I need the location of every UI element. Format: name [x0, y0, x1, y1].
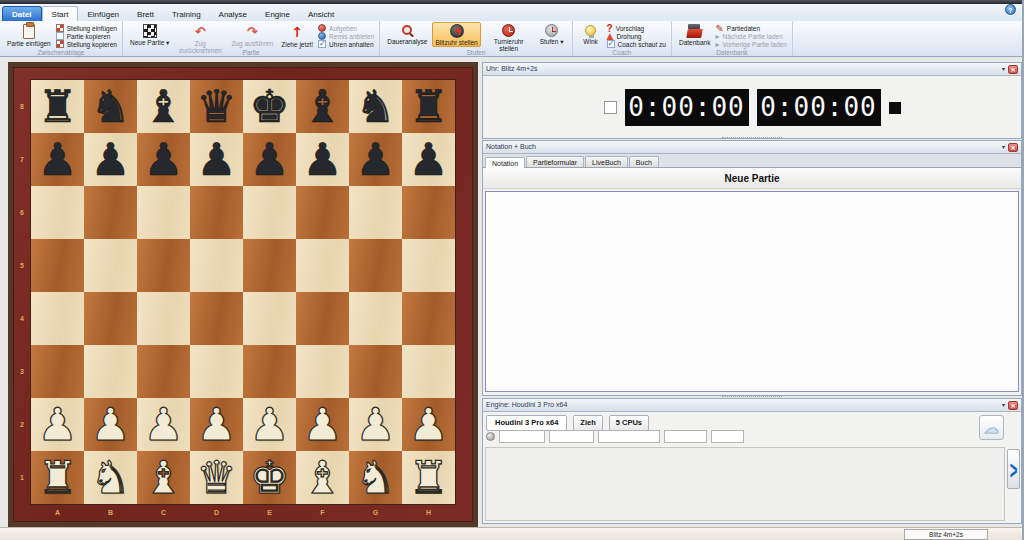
chess-program-window: Datei StartEinfügenBrettTrainingAnalyseE… — [0, 0, 1024, 540]
black-side-indicator — [889, 102, 901, 114]
black-pawn: ♟ — [196, 133, 236, 186]
clock-panel-titlebar: Uhr: Blitz 4m+2s ▾ ✕ — [483, 63, 1021, 76]
square-h3[interactable] — [402, 345, 455, 398]
tab-notation[interactable]: Notation — [485, 157, 525, 168]
game-header: Neue Partie — [483, 168, 1021, 189]
move-now-label: Ziehe jetzt! — [281, 41, 313, 48]
engine-field-4[interactable] — [664, 430, 707, 443]
ribbon-group-zwischenablage: Partie einfügenStellung einfügenPartie k… — [0, 21, 123, 56]
engine-led-icon — [486, 432, 495, 441]
square-h8[interactable]: ♜ — [402, 80, 455, 133]
board-grid: ♜♞♝♛♚♝♞♜♟♟♟♟♟♟♟♟♟♟♟♟♟♟♟♟♜♞♝♛♚♝♞♜ — [31, 80, 455, 504]
square-f4[interactable] — [296, 292, 349, 345]
black-knight: ♞ — [355, 80, 395, 133]
notation-panel-titlebar: Notation + Buch ▾ ✕ — [483, 141, 1021, 154]
white-king: ♚ — [249, 451, 289, 504]
tab-engine[interactable]: Engine — [256, 7, 299, 21]
square-c8[interactable]: ♝ — [137, 80, 190, 133]
tab-ansicht[interactable]: Ansicht — [299, 7, 343, 21]
square-d7[interactable]: ♟ — [190, 133, 243, 186]
file-label-b: B — [84, 504, 137, 522]
tab-partieformular[interactable]: Partieformular — [526, 156, 584, 167]
square-e8[interactable]: ♚ — [243, 80, 296, 133]
square-d2[interactable]: ♟ — [190, 398, 243, 451]
square-e7[interactable]: ♟ — [243, 133, 296, 186]
white-pawn: ♟ — [302, 398, 342, 451]
new-game-label: Neue Partie ▾ — [130, 39, 169, 46]
rank-label-6: 6 — [13, 186, 31, 239]
square-d3[interactable] — [190, 345, 243, 398]
bulb-icon — [585, 25, 596, 36]
white-bishop: ♝ — [143, 451, 183, 504]
file-label-d: D — [190, 504, 243, 522]
square-g1[interactable]: ♞ — [349, 451, 402, 504]
tab-training[interactable]: Training — [163, 7, 210, 21]
engine-toolbar: Houdini 3 Pro x64 Zieh 5 CPUs — [486, 415, 649, 431]
collapse-panel-icon[interactable]: ▾ — [1002, 143, 1005, 152]
square-a6[interactable] — [31, 186, 84, 239]
tab-datei[interactable]: Datei — [2, 6, 42, 21]
white-clock: 0:00:00 — [625, 89, 749, 126]
new-game-button[interactable]: Neue Partie ▾ — [127, 22, 172, 47]
rank-label-1: 1 — [13, 451, 31, 504]
resign-button[interactable]: Aufgeben — [318, 24, 374, 32]
ribbon-groups: Partie einfügenStellung einfügenPartie k… — [0, 21, 793, 56]
checkbox-empty-icon[interactable] — [56, 32, 64, 40]
square-e3[interactable] — [243, 345, 296, 398]
checkbox-checked-icon[interactable] — [607, 40, 615, 48]
undo-arrow-icon — [195, 24, 206, 39]
collapse-panel-icon[interactable]: ▾ — [1002, 65, 1005, 74]
takeback-move-button[interactable]: Zug zurücknehmen — [174, 22, 226, 47]
database-button[interactable]: Datenbank — [676, 22, 713, 47]
white-pawn: ♟ — [90, 398, 130, 451]
black-bishop: ♝ — [302, 80, 342, 133]
square-a3[interactable] — [31, 345, 84, 398]
notation-area[interactable] — [485, 191, 1019, 392]
square-b2[interactable]: ♟ — [84, 398, 137, 451]
tab-livebuch[interactable]: LiveBuch — [585, 156, 628, 167]
square-b6[interactable] — [84, 186, 137, 239]
black-pawn: ♟ — [355, 133, 395, 186]
square-b1[interactable]: ♞ — [84, 451, 137, 504]
square-d5[interactable] — [190, 239, 243, 292]
square-a8[interactable]: ♜ — [31, 80, 84, 133]
paste-position-label: Stellung einfügen — [67, 25, 117, 32]
square-e6[interactable] — [243, 186, 296, 239]
square-a7[interactable]: ♟ — [31, 133, 84, 186]
square-d4[interactable] — [190, 292, 243, 345]
collapse-panel-icon[interactable]: ▾ — [1002, 401, 1005, 410]
square-f7[interactable]: ♟ — [296, 133, 349, 186]
status-bar: Blitz 4m+2s — [0, 527, 1022, 540]
rank-label-3: 3 — [13, 345, 31, 398]
rank-label-4: 4 — [13, 292, 31, 345]
offer-draw-label: Remis anbieten — [329, 33, 374, 40]
square-h1[interactable]: ♜ — [402, 451, 455, 504]
square-c3[interactable] — [137, 345, 190, 398]
mini-board-icon — [56, 24, 64, 32]
pause-clocks-label: Uhren anhalten — [329, 41, 373, 48]
black-bishop: ♝ — [143, 80, 183, 133]
engine-field-2[interactable] — [549, 430, 594, 443]
new-game-board-icon — [143, 24, 157, 38]
square-f3[interactable] — [296, 345, 349, 398]
set-tournament-clock-button[interactable]: Turnieruhr stellen — [483, 22, 535, 47]
game-data-button[interactable]: Partiedaten — [715, 24, 786, 32]
cloud-engine-button[interactable]: ☁ — [979, 415, 1004, 440]
infinite-analysis-button[interactable]: Daueranalyse — [384, 22, 430, 47]
white-to-move-indicator[interactable] — [604, 101, 617, 114]
square-f6[interactable] — [296, 186, 349, 239]
black-pawn: ♟ — [302, 133, 342, 186]
black-rook: ♜ — [37, 80, 77, 133]
ribbon-tabs: Datei StartEinfügenBrettTrainingAnalyseE… — [0, 4, 1022, 21]
game-data-label: Partiedaten — [727, 25, 760, 32]
square-a4[interactable] — [31, 292, 84, 345]
square-g2[interactable]: ♟ — [349, 398, 402, 451]
load-next-game-label: Nächste Partie laden — [722, 33, 782, 40]
copy-game-button[interactable]: Partie kopieren — [56, 32, 117, 40]
cloud-icon: ☁ — [984, 420, 999, 435]
white-pawn: ♟ — [408, 398, 448, 451]
move-now-button[interactable]: Ziehe jetzt! — [278, 22, 316, 47]
hint-button[interactable]: Wink — [577, 22, 605, 47]
square-c6[interactable] — [137, 186, 190, 239]
notation-tabs: NotationPartieformularLiveBuchBuch — [483, 154, 1021, 168]
square-e5[interactable] — [243, 239, 296, 292]
mini-board-icon — [56, 40, 64, 48]
engine-field-5[interactable] — [711, 430, 744, 443]
ribbon-group-partie: Neue Partie ▾Zug zurücknehmenZug ausführ… — [123, 21, 380, 56]
checkbox-checked-icon[interactable] — [318, 40, 326, 48]
square-e4[interactable] — [243, 292, 296, 345]
database-label: Datenbank — [679, 39, 710, 46]
square-g3[interactable] — [349, 345, 402, 398]
ribbon-group-stufen: DaueranalyseBlitzuhr stellenTurnieruhr s… — [380, 21, 572, 56]
white-pawn: ♟ — [143, 398, 183, 451]
square-f8[interactable]: ♝ — [296, 80, 349, 133]
resign-label: Aufgeben — [329, 25, 357, 32]
black-knight: ♞ — [90, 80, 130, 133]
file-label-c: C — [137, 504, 190, 522]
square-g5[interactable] — [349, 239, 402, 292]
engine-panel-titlebar: Engine: Houdini 3 Pro x64 ▾ ✕ — [483, 399, 1021, 412]
square-b7[interactable]: ♟ — [84, 133, 137, 186]
status-mode-badge: Blitz 4m+2s — [904, 529, 988, 540]
white-pawn: ♟ — [355, 398, 395, 451]
pause-clocks-button[interactable]: Uhren anhalten — [318, 40, 374, 48]
square-h6[interactable] — [402, 186, 455, 239]
file-label-a: A — [31, 504, 84, 522]
square-d6[interactable] — [190, 186, 243, 239]
copy-position-label: Stellung kopieren — [67, 41, 117, 48]
paste-game-label: Partie einfügen — [7, 40, 51, 47]
engine-name-button[interactable]: Houdini 3 Pro x64 — [486, 415, 567, 431]
paste-game-button[interactable]: Partie einfügen — [4, 22, 54, 47]
tab-start[interactable]: Start — [42, 6, 79, 21]
redo-arrow-icon — [247, 24, 258, 39]
clock-panel: Uhr: Blitz 4m+2s ▾ ✕ 0:00:00 0:00:00 — [482, 62, 1022, 139]
engine-field-3[interactable] — [598, 430, 660, 443]
square-g8[interactable]: ♞ — [349, 80, 402, 133]
copy-position-button[interactable]: Stellung kopieren — [56, 40, 117, 48]
ribbon-group-label: Partie — [123, 49, 379, 56]
white-pawn: ♟ — [37, 398, 77, 451]
square-c7[interactable]: ♟ — [137, 133, 190, 186]
ribbon-group-label: Datenbank — [672, 49, 792, 56]
square-b5[interactable] — [84, 239, 137, 292]
square-a1[interactable]: ♜ — [31, 451, 84, 504]
black-rook: ♜ — [408, 80, 448, 133]
black-pawn: ♟ — [408, 133, 448, 186]
set-blitz-clock-label: Blitzuhr stellen — [435, 39, 477, 46]
execute-move-button[interactable]: Zug ausführen — [228, 22, 276, 47]
square-c2[interactable]: ♟ — [137, 398, 190, 451]
white-bishop: ♝ — [302, 451, 342, 504]
paste-position-button[interactable]: Stellung einfügen — [56, 24, 117, 32]
suggestion-label: Vorschlag — [616, 25, 645, 32]
levels-button[interactable]: Stufen ▾ — [537, 22, 567, 47]
square-e2[interactable]: ♟ — [243, 398, 296, 451]
clock-body: 0:00:00 0:00:00 — [483, 77, 1021, 138]
close-panel-icon[interactable]: ✕ — [1008, 143, 1018, 152]
help-icon[interactable]: ? — [1005, 4, 1016, 15]
chess-board: ♜♞♝♛♚♝♞♜♟♟♟♟♟♟♟♟♟♟♟♟♟♟♟♟♜♞♝♛♚♝♞♜ 8765432… — [8, 62, 478, 527]
coach-watches-button[interactable]: Coach schaut zu — [607, 40, 666, 48]
cpu-button[interactable]: 5 CPUs — [609, 415, 649, 431]
magnifier-icon — [401, 24, 414, 37]
white-rook: ♜ — [408, 451, 448, 504]
blitz-clock-icon — [450, 24, 464, 38]
square-h4[interactable] — [402, 292, 455, 345]
square-d1[interactable]: ♛ — [190, 451, 243, 504]
square-a5[interactable] — [31, 239, 84, 292]
coach-watches-label: Coach schaut zu — [618, 41, 666, 48]
engine-status-row — [486, 430, 744, 443]
white-pawn: ♟ — [249, 398, 289, 451]
black-pawn: ♟ — [249, 133, 289, 186]
engine-field-1[interactable] — [499, 430, 545, 443]
square-g6[interactable] — [349, 186, 402, 239]
close-panel-icon[interactable]: ✕ — [1008, 401, 1018, 410]
square-g4[interactable] — [349, 292, 402, 345]
black-pawn: ♟ — [90, 133, 130, 186]
white-rook: ♜ — [37, 451, 77, 504]
black-queen: ♛ — [196, 80, 236, 133]
infinite-analysis-label: Daueranalyse — [387, 38, 427, 45]
move-button[interactable]: Zieh — [573, 415, 602, 431]
threat-label: Drohung — [616, 33, 641, 40]
up-arrow-icon — [291, 24, 303, 40]
file-label-e: E — [243, 504, 296, 522]
expand-chevron-button[interactable]: > — [1007, 449, 1020, 489]
engine-output-area — [485, 447, 1005, 521]
clipboard-icon — [23, 24, 35, 39]
square-h2[interactable]: ♟ — [402, 398, 455, 451]
rank-label-8: 8 — [13, 80, 31, 133]
copy-game-label: Partie kopieren — [67, 33, 111, 40]
file-label-f: F — [296, 504, 349, 522]
suggestion-button[interactable]: Vorschlag — [607, 24, 666, 32]
notation-panel: Notation + Buch ▾ ✕ NotationPartieformul… — [482, 140, 1022, 396]
load-next-game-button[interactable]: Nächste Partie laden — [715, 32, 786, 40]
black-king: ♚ — [249, 80, 289, 133]
tournament-clock-icon — [502, 24, 515, 37]
square-d8[interactable]: ♛ — [190, 80, 243, 133]
engine-panel: Engine: Houdini 3 Pro x64 ▾ ✕ Houdini 3 … — [482, 398, 1022, 524]
load-previous-game-button[interactable]: Vorherige Partie laden — [715, 40, 786, 48]
file-label-h: H — [402, 504, 455, 522]
ribbon-group-label: Stufen — [380, 49, 571, 56]
white-pawn: ♟ — [196, 398, 236, 451]
set-blitz-clock-button[interactable]: Blitzuhr stellen — [432, 22, 480, 47]
rank-label-7: 7 — [13, 133, 31, 186]
square-f2[interactable]: ♟ — [296, 398, 349, 451]
square-a2[interactable]: ♟ — [31, 398, 84, 451]
tab-brett[interactable]: Brett — [128, 7, 163, 21]
square-c1[interactable]: ♝ — [137, 451, 190, 504]
square-b3[interactable] — [84, 345, 137, 398]
square-f5[interactable] — [296, 239, 349, 292]
chevron-right-icon: > — [1010, 456, 1018, 482]
ribbon: Partie einfügenStellung einfügenPartie k… — [0, 21, 1022, 57]
tab-einf-gen[interactable]: Einfügen — [78, 7, 128, 21]
engine-panel-title: Engine: Houdini 3 Pro x64 — [486, 401, 567, 408]
black-clock: 0:00:00 — [757, 89, 881, 126]
tab-buch[interactable]: Buch — [629, 156, 659, 167]
rank-label-2: 2 — [13, 398, 31, 451]
hint-label: Wink — [583, 38, 597, 45]
square-f1[interactable]: ♝ — [296, 451, 349, 504]
threat-button[interactable]: Drohung — [607, 32, 666, 40]
ribbon-group-coach: WinkVorschlagDrohungCoach schaut zuCoach — [573, 21, 672, 56]
square-b4[interactable] — [84, 292, 137, 345]
levels-clock-icon — [545, 24, 558, 37]
resign-ball-icon — [318, 24, 326, 32]
database-folder-icon — [687, 24, 703, 38]
black-pawn: ♟ — [143, 133, 183, 186]
clock-panel-title: Uhr: Blitz 4m+2s — [486, 65, 538, 72]
square-e1[interactable]: ♚ — [243, 451, 296, 504]
square-b8[interactable]: ♞ — [84, 80, 137, 133]
black-pawn: ♟ — [37, 133, 77, 186]
close-panel-icon[interactable]: ✕ — [1008, 65, 1018, 74]
square-h7[interactable]: ♟ — [402, 133, 455, 186]
load-previous-game-label: Vorherige Partie laden — [722, 41, 786, 48]
square-c5[interactable] — [137, 239, 190, 292]
ribbon-group-label: Coach — [573, 49, 671, 56]
levels-label: Stufen ▾ — [540, 38, 564, 45]
ribbon-group-label: Zwischenablage — [0, 49, 122, 56]
rank-label-5: 5 — [13, 239, 31, 292]
offer-draw-button[interactable]: Remis anbieten — [318, 32, 374, 40]
white-queen: ♛ — [196, 451, 236, 504]
tab-analyse[interactable]: Analyse — [210, 7, 256, 21]
square-c4[interactable] — [137, 292, 190, 345]
white-knight: ♞ — [90, 451, 130, 504]
ribbon-group-datenbank: DatenbankPartiedatenNächste Partie laden… — [672, 21, 793, 56]
white-knight: ♞ — [355, 451, 395, 504]
square-h5[interactable] — [402, 239, 455, 292]
prev-arrow-icon — [715, 40, 719, 49]
file-label-g: G — [349, 504, 402, 522]
square-g7[interactable]: ♟ — [349, 133, 402, 186]
execute-move-label: Zug ausführen — [231, 40, 273, 47]
notation-panel-title: Notation + Buch — [486, 143, 536, 150]
